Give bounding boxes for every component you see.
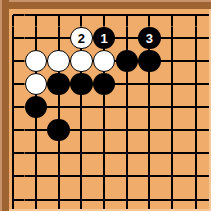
board-intersection (93, 119, 116, 142)
board-intersection (25, 165, 48, 188)
board-intersection (138, 142, 161, 165)
board-intersection (115, 142, 138, 165)
board-intersection (138, 165, 161, 188)
board-intersection (70, 96, 93, 119)
board-intersection (184, 50, 209, 73)
black-stone (138, 50, 161, 73)
board-intersection (47, 73, 70, 96)
board-intersection (70, 119, 93, 142)
board-intersection (138, 50, 161, 73)
white-stone (25, 50, 48, 73)
board-intersection (161, 188, 184, 212)
black-stone (70, 73, 93, 96)
board-intersection (70, 188, 93, 212)
board-intersection (184, 165, 209, 188)
black-stone (93, 73, 116, 96)
board-intersection: 3 (138, 27, 161, 50)
board-intersection (70, 73, 93, 96)
board-intersection (161, 119, 184, 142)
board-cut-edge-right (209, 9, 211, 211)
board-intersection (93, 188, 116, 212)
board-intersection (93, 142, 116, 165)
board-intersection (47, 96, 70, 119)
board-intersection (115, 27, 138, 50)
board-intersection (70, 165, 93, 188)
board-intersection (184, 73, 209, 96)
board-intersection (25, 27, 48, 50)
black-stone (116, 50, 139, 73)
board-intersection (47, 27, 70, 50)
board-intersection (184, 188, 209, 212)
board-intersection (161, 27, 184, 50)
board-intersection (47, 119, 70, 142)
black-stone: 1 (93, 27, 116, 50)
board-intersection (184, 119, 209, 142)
board-intersection: 1 (93, 27, 116, 50)
board-intersection (93, 96, 116, 119)
white-stone (93, 50, 116, 73)
black-stone (47, 119, 70, 142)
board-intersection (138, 188, 161, 212)
white-stone (70, 50, 93, 73)
board-intersection (138, 73, 161, 96)
board-intersection (184, 96, 209, 119)
white-stone (25, 73, 48, 96)
white-stone: 2 (70, 27, 93, 50)
board-cut-edge-bottom (9, 209, 211, 211)
board-frame-left (0, 0, 9, 211)
board-frame-top (0, 0, 211, 9)
board-intersection (138, 96, 161, 119)
go-board: 213 (2, 4, 209, 212)
board-intersection (115, 96, 138, 119)
board-intersection (115, 165, 138, 188)
board-intersection (70, 50, 93, 73)
black-stone (47, 73, 70, 96)
board-intersection (161, 50, 184, 73)
board-intersection (25, 142, 48, 165)
board-intersection (161, 165, 184, 188)
board-intersection (93, 165, 116, 188)
board-intersection (47, 165, 70, 188)
board-intersection (25, 96, 48, 119)
board-intersection (115, 73, 138, 96)
black-stone (25, 96, 48, 119)
stone-number-label: 1 (100, 32, 107, 45)
board-intersection (25, 188, 48, 212)
board-intersection (70, 142, 93, 165)
stone-number-label: 3 (146, 32, 153, 45)
board-intersection (47, 188, 70, 212)
board-intersection (184, 142, 209, 165)
board-intersection (184, 27, 209, 50)
board-intersection (138, 119, 161, 142)
board-intersection (47, 50, 70, 73)
board-intersection (25, 73, 48, 96)
board-intersection (25, 119, 48, 142)
board-intersection (161, 142, 184, 165)
board-intersection (161, 96, 184, 119)
board-intersection (47, 142, 70, 165)
white-stone (47, 50, 70, 73)
board-intersection (93, 73, 116, 96)
stone-number-label: 2 (78, 32, 85, 45)
board-intersection (115, 50, 138, 73)
board-intersection (115, 188, 138, 212)
board-intersection (115, 119, 138, 142)
go-board-diagram: 213 (0, 0, 211, 211)
board-intersection (161, 73, 184, 96)
black-stone: 3 (138, 27, 161, 50)
board-intersection: 2 (70, 27, 93, 50)
board-intersection (93, 50, 116, 73)
board-intersection (25, 50, 48, 73)
